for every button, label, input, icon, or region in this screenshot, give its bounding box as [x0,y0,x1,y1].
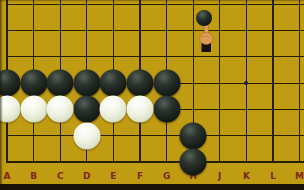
stone-black-B4[interactable] [20,70,47,97]
stone-black-H2[interactable] [180,122,207,149]
stone-black-F4[interactable] [127,70,154,97]
stone-white-F3[interactable] [127,96,154,123]
column-label-L: L [265,171,281,181]
stone-black-D4[interactable] [73,70,100,97]
stone-black-G4[interactable] [153,70,180,97]
bottom-bar [0,184,304,190]
grid-line-horizontal [6,4,304,5]
column-label-D: D [79,171,95,181]
star-point-K4 [244,81,248,85]
go-board-screen: ABCDEFGHJKLM [0,0,304,190]
column-label-B: B [26,171,42,181]
column-label-M: M [292,171,304,181]
stone-white-D2[interactable] [73,122,100,149]
grid-line-vertical [272,0,273,163]
stone-black-C4[interactable] [47,70,74,97]
held-black-stone-icon [196,10,212,26]
grid-line-horizontal [6,161,304,162]
grid-line-horizontal [6,135,304,136]
column-label-C: C [52,171,68,181]
grid-line-horizontal [6,30,304,31]
column-label-F: F [132,171,148,181]
column-label-K: K [238,171,254,181]
stone-black-D3[interactable] [73,96,100,123]
grid-line-vertical [299,0,300,163]
stone-white-B3[interactable] [20,96,47,123]
column-label-J: J [212,171,228,181]
column-label-G: G [159,171,175,181]
stone-white-C3[interactable] [47,96,74,123]
stone-black-G3[interactable] [153,96,180,123]
pointing-hand-icon [197,22,215,52]
left-edge-shade [0,0,3,190]
grid-line-vertical [219,0,220,163]
stone-black-H1[interactable] [180,149,207,176]
column-label-E: E [105,171,121,181]
top-edge-shade [0,0,304,2]
stone-black-E4[interactable] [100,70,127,97]
grid-line-horizontal [6,56,304,57]
stone-white-E3[interactable] [100,96,127,123]
